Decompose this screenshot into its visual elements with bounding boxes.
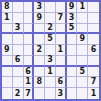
cell-r6c3[interactable] — [24, 56, 35, 67]
cell-r5c6[interactable]: 1 — [56, 45, 67, 56]
cell-r1c2[interactable] — [13, 2, 24, 13]
cell-r6c6[interactable] — [56, 56, 67, 67]
cell-r4c5[interactable]: 5 — [45, 34, 56, 45]
cell-r7c1[interactable] — [2, 67, 13, 78]
cell-r6c1[interactable] — [2, 56, 13, 67]
cell-r9c2[interactable]: 2 — [13, 88, 24, 99]
cell-r1c4[interactable]: 3 — [34, 2, 45, 13]
cell-r9c8[interactable] — [77, 88, 88, 99]
cell-r9c1[interactable] — [2, 88, 13, 99]
cell-r3c2[interactable]: 3 — [13, 24, 24, 35]
cell-r1c5[interactable] — [45, 2, 56, 13]
cell-r2c4[interactable]: 9 — [34, 13, 45, 24]
cell-r8c5[interactable] — [45, 77, 56, 88]
cell-r9c9[interactable]: 1 — [88, 88, 99, 99]
cell-r6c2[interactable]: 6 — [13, 56, 24, 67]
cell-r8c2[interactable] — [13, 77, 24, 88]
cell-r9c3[interactable]: 7 — [24, 88, 35, 99]
cell-r3c8[interactable] — [77, 24, 88, 35]
cell-r7c6[interactable] — [56, 67, 67, 78]
cell-r3c5[interactable]: 2 — [45, 24, 56, 35]
cell-r7c2[interactable] — [13, 67, 24, 78]
cell-r8c7[interactable] — [67, 77, 78, 88]
cell-r5c3[interactable] — [24, 45, 35, 56]
cell-r6c5[interactable]: 3 — [45, 56, 56, 67]
cell-r9c4[interactable] — [34, 88, 45, 99]
cell-r4c8[interactable]: 9 — [77, 34, 88, 45]
cell-r2c8[interactable] — [77, 13, 88, 24]
cell-r9c6[interactable]: 3 — [56, 88, 67, 99]
cell-r2c5[interactable] — [45, 13, 56, 24]
cell-r8c3[interactable]: 1 — [24, 77, 35, 88]
sudoku-board: 839119733255992166361518672731 — [0, 0, 101, 101]
cell-r6c7[interactable] — [67, 56, 78, 67]
cell-r8c8[interactable] — [77, 77, 88, 88]
cell-r6c9[interactable] — [88, 56, 99, 67]
cell-r5c9[interactable]: 6 — [88, 45, 99, 56]
cell-r2c7[interactable]: 3 — [67, 13, 78, 24]
cell-r3c4[interactable] — [34, 24, 45, 35]
cell-r8c9[interactable]: 7 — [88, 77, 99, 88]
cell-r4c7[interactable] — [67, 34, 78, 45]
cell-r3c1[interactable] — [2, 24, 13, 35]
cell-r1c9[interactable] — [88, 2, 99, 13]
cell-r7c3[interactable]: 6 — [24, 67, 35, 78]
cell-r3c7[interactable]: 5 — [67, 24, 78, 35]
cell-r4c4[interactable] — [34, 34, 45, 45]
cell-r4c2[interactable] — [13, 34, 24, 45]
cell-r7c5[interactable]: 1 — [45, 67, 56, 78]
cell-r9c7[interactable] — [67, 88, 78, 99]
cell-r5c5[interactable] — [45, 45, 56, 56]
cell-r8c4[interactable]: 8 — [34, 77, 45, 88]
cell-r7c8[interactable]: 5 — [77, 67, 88, 78]
cell-r8c1[interactable] — [2, 77, 13, 88]
cell-r2c2[interactable] — [13, 13, 24, 24]
cell-r1c8[interactable]: 1 — [77, 2, 88, 13]
cell-r4c6[interactable] — [56, 34, 67, 45]
cell-r6c4[interactable] — [34, 56, 45, 67]
cell-r5c7[interactable] — [67, 45, 78, 56]
cell-r9c5[interactable] — [45, 88, 56, 99]
cell-r4c9[interactable] — [88, 34, 99, 45]
cell-r3c9[interactable] — [88, 24, 99, 35]
cell-r4c3[interactable] — [24, 34, 35, 45]
cell-r5c2[interactable] — [13, 45, 24, 56]
cell-r8c6[interactable]: 6 — [56, 77, 67, 88]
cell-r7c7[interactable] — [67, 67, 78, 78]
cell-r2c6[interactable]: 7 — [56, 13, 67, 24]
cell-r5c1[interactable]: 9 — [2, 45, 13, 56]
cell-r7c9[interactable] — [88, 67, 99, 78]
cell-r2c1[interactable]: 1 — [2, 13, 13, 24]
cell-r6c8[interactable] — [77, 56, 88, 67]
cell-r5c8[interactable] — [77, 45, 88, 56]
cell-r5c4[interactable]: 2 — [34, 45, 45, 56]
cell-r1c3[interactable] — [24, 2, 35, 13]
cell-r1c7[interactable]: 9 — [67, 2, 78, 13]
cell-r3c3[interactable] — [24, 24, 35, 35]
cell-r7c4[interactable] — [34, 67, 45, 78]
cell-r3c6[interactable] — [56, 24, 67, 35]
cell-r4c1[interactable] — [2, 34, 13, 45]
cell-r1c6[interactable] — [56, 2, 67, 13]
cell-r1c1[interactable]: 8 — [2, 2, 13, 13]
cell-r2c3[interactable] — [24, 13, 35, 24]
cell-r2c9[interactable] — [88, 13, 99, 24]
